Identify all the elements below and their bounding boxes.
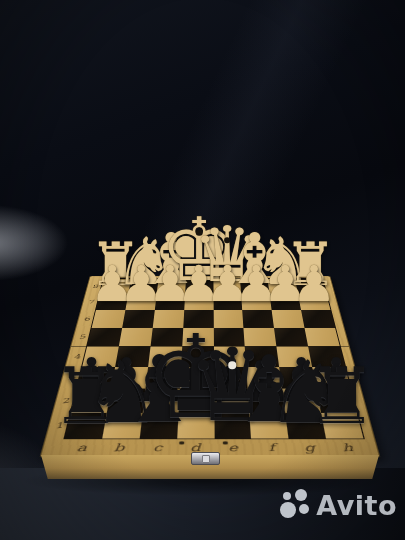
avito-watermark: Avito bbox=[280, 489, 397, 521]
finial-e8 bbox=[224, 237, 230, 243]
avito-logo-icon bbox=[280, 489, 310, 521]
piece-white-pawn-h7[interactable]: ♟ bbox=[292, 260, 337, 310]
finial-d8 bbox=[196, 230, 203, 237]
finial-e1 bbox=[228, 361, 236, 369]
avito-logo-text: Avito bbox=[316, 490, 397, 521]
piece-black-rook-h1[interactable]: ♜ bbox=[307, 358, 377, 436]
photo-scene: 87654321 abcdefgh ♜♞♝♚♛♝♞♜♟♟♟♟♟♟♟♟♟♟♟♟♟♟… bbox=[0, 0, 405, 540]
pieces-layer: ♜♞♝♚♛♝♞♜♟♟♟♟♟♟♟♟♟♟♟♟♟♟♟♟♜♞♝♚♛♝♞♜ bbox=[0, 0, 405, 540]
